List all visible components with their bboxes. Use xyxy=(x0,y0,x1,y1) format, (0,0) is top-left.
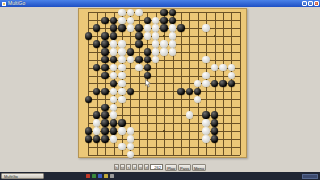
star-point xyxy=(163,130,165,132)
tray-icon[interactable] xyxy=(92,174,96,178)
white-stone[interactable] xyxy=(202,24,209,31)
white-stone[interactable] xyxy=(118,48,125,55)
black-stone[interactable] xyxy=(93,88,100,95)
white-stone[interactable] xyxy=(110,88,117,95)
black-stone[interactable] xyxy=(144,17,151,24)
tray-icon[interactable] xyxy=(104,174,108,178)
app-icon xyxy=(2,2,6,6)
white-stone[interactable] xyxy=(110,111,117,118)
window-titlebar[interactable]: MultiGo _ □ × xyxy=(0,0,320,7)
white-stone[interactable] xyxy=(160,40,167,47)
black-stone[interactable] xyxy=(127,48,134,55)
black-stone[interactable] xyxy=(101,127,108,134)
white-stone[interactable] xyxy=(127,151,134,158)
black-stone[interactable] xyxy=(85,135,92,142)
white-stone[interactable] xyxy=(118,9,125,16)
black-stone[interactable] xyxy=(194,88,201,95)
black-stone[interactable] xyxy=(160,17,167,24)
nav-button[interactable]: > xyxy=(132,164,137,170)
white-stone[interactable] xyxy=(118,64,125,71)
window-controls: _ □ × xyxy=(302,1,319,6)
white-stone[interactable] xyxy=(127,135,134,142)
black-stone[interactable] xyxy=(93,40,100,47)
black-stone[interactable] xyxy=(135,32,142,39)
black-stone[interactable] xyxy=(135,56,142,63)
black-stone[interactable] xyxy=(101,111,108,118)
minimize-button[interactable]: _ xyxy=(302,1,307,6)
white-stone[interactable] xyxy=(169,24,176,31)
toolbar-action-buttons: PlayPassMenu xyxy=(164,164,206,171)
tray-icon[interactable] xyxy=(98,174,102,178)
white-stone[interactable] xyxy=(93,119,100,126)
black-stone[interactable] xyxy=(169,9,176,16)
white-stone[interactable] xyxy=(110,40,117,47)
move-number-field[interactable]: 262 xyxy=(150,164,163,170)
black-stone[interactable] xyxy=(127,88,134,95)
black-stone[interactable] xyxy=(101,48,108,55)
black-stone[interactable] xyxy=(202,111,209,118)
white-stone[interactable] xyxy=(118,96,125,103)
black-stone[interactable] xyxy=(101,119,108,126)
black-stone[interactable] xyxy=(135,40,142,47)
white-stone[interactable] xyxy=(169,32,176,39)
black-stone[interactable] xyxy=(118,119,125,126)
white-stone[interactable] xyxy=(110,96,117,103)
white-stone[interactable] xyxy=(110,72,117,79)
toolbar-button[interactable]: Play xyxy=(165,164,177,171)
white-stone[interactable] xyxy=(127,56,134,63)
black-stone[interactable] xyxy=(93,111,100,118)
white-stone[interactable] xyxy=(118,17,125,24)
black-stone[interactable] xyxy=(110,24,117,31)
white-stone[interactable] xyxy=(127,127,134,134)
taskbar: MultiGo xyxy=(0,172,320,180)
white-stone[interactable] xyxy=(202,135,209,142)
taskbar-clock xyxy=(302,174,318,179)
white-stone[interactable] xyxy=(127,17,134,24)
grid-line-h xyxy=(88,147,240,148)
app-client-area: |<<<<>>>>| 262 PlayPassMenu xyxy=(0,7,320,172)
black-stone[interactable] xyxy=(101,40,108,47)
black-stone[interactable] xyxy=(110,119,117,126)
screen: MultiGo _ □ × |<<<<>>>>| 262 PlayPassMen… xyxy=(0,0,320,180)
white-stone[interactable] xyxy=(93,127,100,134)
white-stone[interactable] xyxy=(160,48,167,55)
mouse-cursor xyxy=(145,74,152,92)
move-nav-buttons: |<<<<>>>>| xyxy=(114,164,149,170)
black-stone[interactable] xyxy=(93,64,100,71)
black-stone[interactable] xyxy=(101,88,108,95)
grid-line-v xyxy=(240,12,241,154)
white-stone[interactable] xyxy=(186,111,193,118)
black-stone[interactable] xyxy=(177,24,184,31)
white-stone[interactable] xyxy=(118,72,125,79)
white-stone[interactable] xyxy=(152,56,159,63)
black-stone[interactable] xyxy=(118,24,125,31)
white-stone[interactable] xyxy=(202,127,209,134)
black-stone[interactable] xyxy=(85,127,92,134)
black-stone[interactable] xyxy=(144,48,151,55)
toolbar-button[interactable]: Menu xyxy=(192,164,206,171)
black-stone[interactable] xyxy=(219,80,226,87)
black-stone[interactable] xyxy=(101,32,108,39)
black-stone[interactable] xyxy=(101,104,108,111)
black-stone[interactable] xyxy=(211,127,218,134)
black-stone[interactable] xyxy=(186,88,193,95)
white-stone[interactable] xyxy=(202,80,209,87)
white-stone[interactable] xyxy=(118,40,125,47)
white-stone[interactable] xyxy=(135,64,142,71)
white-stone[interactable] xyxy=(110,135,117,142)
window-title: MultiGo xyxy=(8,0,25,7)
black-stone[interactable] xyxy=(211,80,218,87)
nav-button[interactable]: < xyxy=(126,164,131,170)
black-stone[interactable] xyxy=(85,96,92,103)
white-stone[interactable] xyxy=(118,80,125,87)
black-stone[interactable] xyxy=(211,119,218,126)
close-button[interactable]: × xyxy=(314,1,319,6)
grid-line-v xyxy=(189,12,190,154)
black-stone[interactable] xyxy=(160,9,167,16)
go-board[interactable] xyxy=(78,8,247,158)
black-stone[interactable] xyxy=(93,135,100,142)
black-stone[interactable] xyxy=(101,135,108,142)
white-stone[interactable] xyxy=(110,64,117,71)
white-stone[interactable] xyxy=(144,24,151,31)
white-stone[interactable] xyxy=(202,56,209,63)
black-stone[interactable] xyxy=(144,64,151,71)
nav-button[interactable]: << xyxy=(120,164,125,170)
black-stone[interactable] xyxy=(228,80,235,87)
black-stone[interactable] xyxy=(211,135,218,142)
nav-button[interactable]: |< xyxy=(114,164,119,170)
black-stone[interactable] xyxy=(101,64,108,71)
white-stone[interactable] xyxy=(228,64,235,71)
tray-icon[interactable] xyxy=(110,174,114,178)
white-stone[interactable] xyxy=(152,40,159,47)
black-stone[interactable] xyxy=(144,56,151,63)
black-stone[interactable] xyxy=(101,56,108,63)
white-stone[interactable] xyxy=(110,104,117,111)
white-stone[interactable] xyxy=(118,88,125,95)
nav-button[interactable]: >> xyxy=(138,164,143,170)
black-stone[interactable] xyxy=(110,17,117,24)
white-stone[interactable] xyxy=(135,9,142,16)
white-stone[interactable] xyxy=(211,64,218,71)
maximize-button[interactable]: □ xyxy=(308,1,313,6)
white-stone[interactable] xyxy=(228,72,235,79)
white-stone[interactable] xyxy=(169,48,176,55)
black-stone[interactable] xyxy=(110,127,117,134)
white-stone[interactable] xyxy=(127,24,134,31)
black-stone[interactable] xyxy=(211,111,218,118)
white-stone[interactable] xyxy=(202,72,209,79)
black-stone[interactable] xyxy=(160,24,167,31)
black-stone[interactable] xyxy=(177,88,184,95)
taskbar-tray-icons xyxy=(86,174,114,178)
grid-line-v xyxy=(181,12,182,154)
white-stone[interactable] xyxy=(152,17,159,24)
white-stone[interactable] xyxy=(110,48,117,55)
black-stone[interactable] xyxy=(110,56,117,63)
white-stone[interactable] xyxy=(118,56,125,63)
white-stone[interactable] xyxy=(152,48,159,55)
black-stone[interactable] xyxy=(101,72,108,79)
black-stone[interactable] xyxy=(85,32,92,39)
white-stone[interactable] xyxy=(127,143,134,150)
white-stone[interactable] xyxy=(194,96,201,103)
tray-icon[interactable] xyxy=(86,174,90,178)
star-point xyxy=(163,35,165,37)
black-stone[interactable] xyxy=(110,80,117,87)
white-stone[interactable] xyxy=(127,9,134,16)
white-stone[interactable] xyxy=(202,119,209,126)
white-stone[interactable] xyxy=(194,80,201,87)
black-stone[interactable] xyxy=(135,24,142,31)
white-stone[interactable] xyxy=(152,24,159,31)
toolbar-button[interactable]: Pass xyxy=(178,164,191,171)
toolbar: |<<<<>>>>| 262 PlayPassMenu xyxy=(0,162,320,172)
white-stone[interactable] xyxy=(169,40,176,47)
white-stone[interactable] xyxy=(118,127,125,134)
white-stone[interactable] xyxy=(118,143,125,150)
black-stone[interactable] xyxy=(101,17,108,24)
white-stone[interactable] xyxy=(219,64,226,71)
grid-line-h xyxy=(88,155,240,156)
taskbar-app-button[interactable]: MultiGo xyxy=(1,173,44,179)
white-stone[interactable] xyxy=(152,32,159,39)
white-stone[interactable] xyxy=(144,32,151,39)
black-stone[interactable] xyxy=(169,17,176,24)
nav-button[interactable]: >| xyxy=(144,164,149,170)
black-stone[interactable] xyxy=(93,24,100,31)
black-stone[interactable] xyxy=(110,32,117,39)
